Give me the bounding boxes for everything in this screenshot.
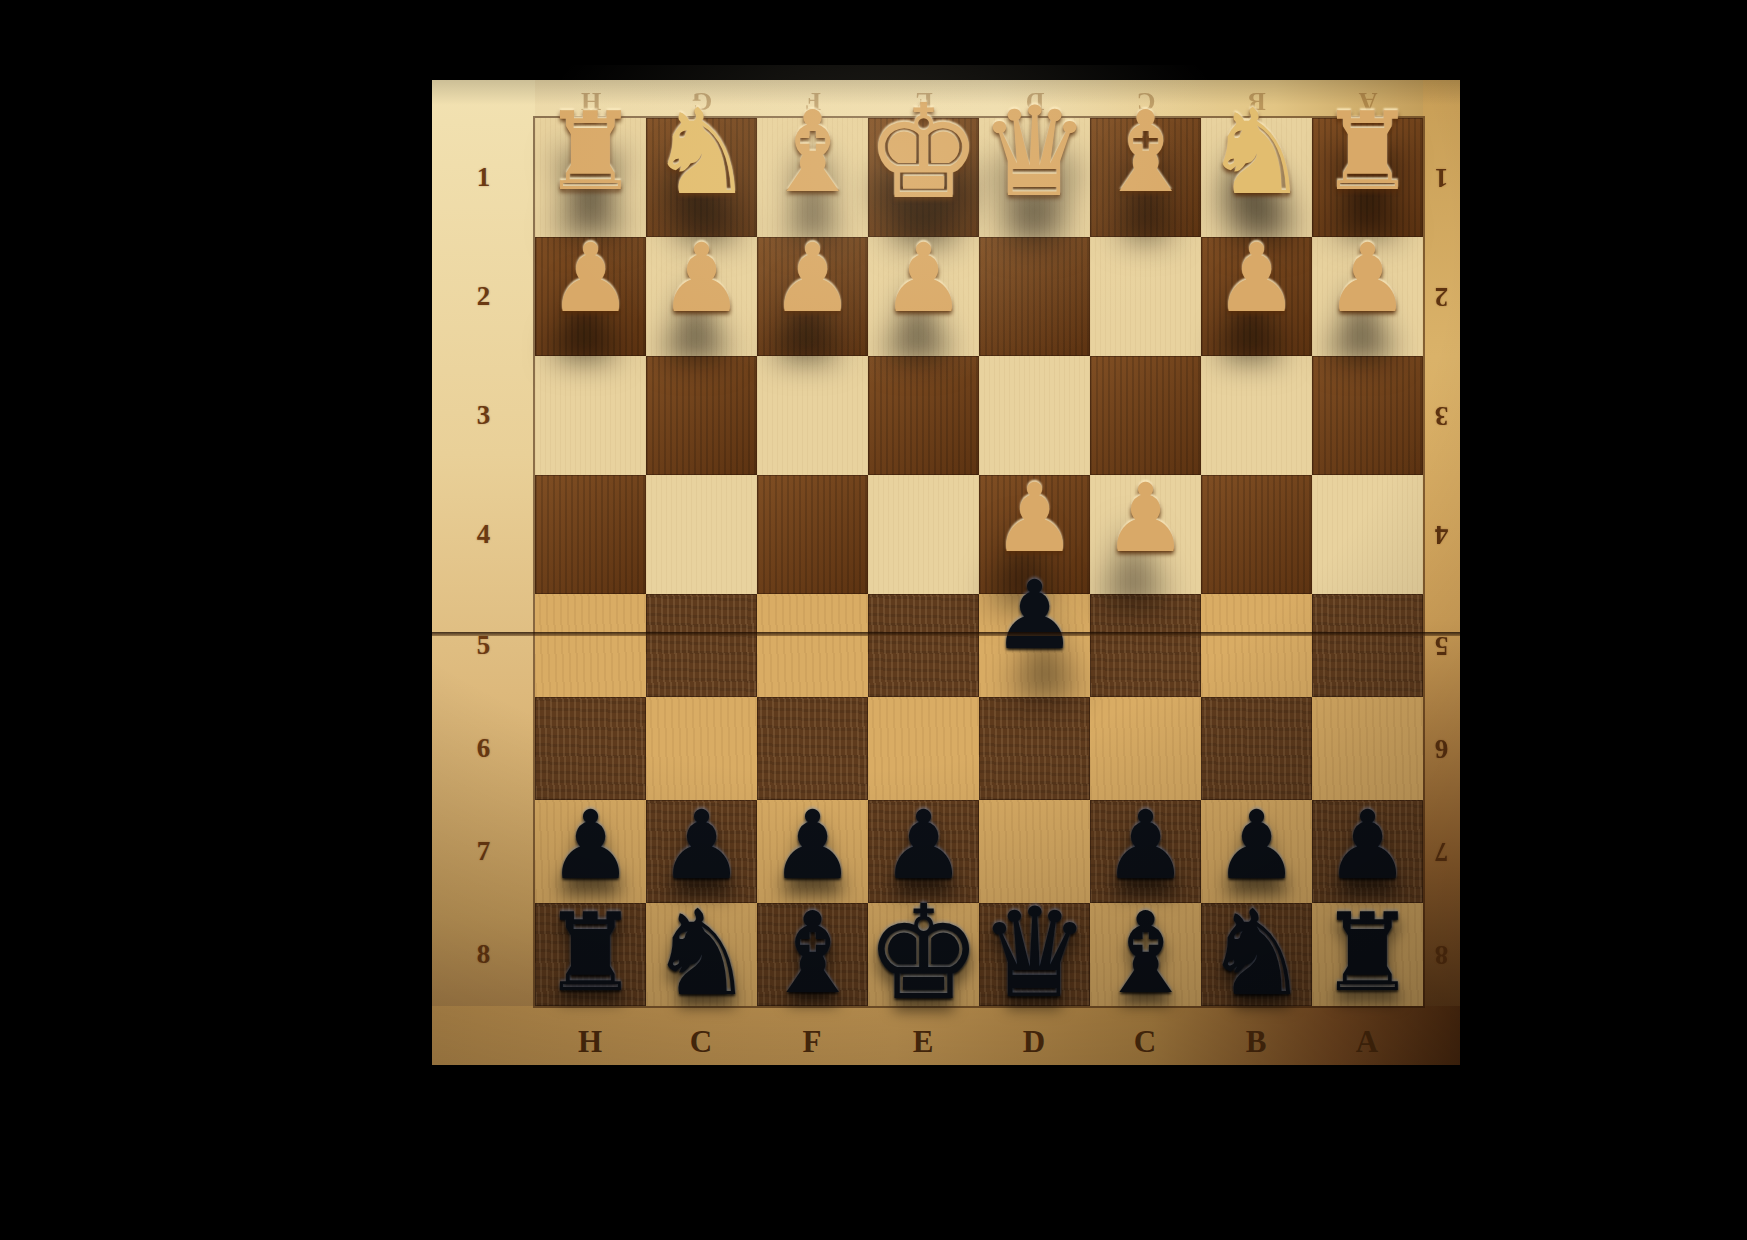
rank-label-right-1: 1 xyxy=(1423,162,1460,193)
black-knight-glyph: ♞ xyxy=(1204,894,1310,1012)
white-pawn-glyph: ♟ xyxy=(1214,231,1299,326)
black-pawn-glyph: ♟ xyxy=(548,798,633,893)
black-rook-glyph: ♜ xyxy=(542,899,639,1007)
piece-white-pawn-f2[interactable]: ♟ xyxy=(757,237,868,356)
rank-label-left-2: 2 xyxy=(432,281,535,312)
square-g6 xyxy=(646,697,757,800)
rank-label-right-3: 3 xyxy=(1423,400,1460,431)
black-queen-glyph: ♛ xyxy=(979,891,1090,1015)
piece-black-knight-b8[interactable]: ♞ xyxy=(1201,903,1312,1006)
white-pawn-glyph: ♟ xyxy=(1103,471,1188,566)
square-h4 xyxy=(535,475,646,594)
black-pawn-glyph: ♟ xyxy=(992,568,1077,663)
square-f5 xyxy=(757,594,868,697)
piece-black-pawn-h7[interactable]: ♟ xyxy=(535,800,646,903)
file-label-bottom-d: D xyxy=(979,1024,1090,1060)
black-pawn-glyph: ♟ xyxy=(1214,798,1299,893)
piece-white-pawn-a2[interactable]: ♟ xyxy=(1312,237,1423,356)
rank-label-left-4: 4 xyxy=(432,519,535,550)
white-king-glyph: ♚ xyxy=(865,87,982,217)
file-label-bottom-a: A xyxy=(1312,1024,1423,1060)
square-c2 xyxy=(1090,237,1201,356)
file-label-bottom-g: C xyxy=(646,1024,757,1060)
square-a6 xyxy=(1312,697,1423,800)
black-rook-glyph: ♜ xyxy=(1319,899,1416,1007)
square-h5 xyxy=(535,594,646,697)
white-pawn-glyph: ♟ xyxy=(659,231,744,326)
square-f3 xyxy=(757,356,868,475)
rank-label-right-8: 8 xyxy=(1423,939,1460,970)
square-e4 xyxy=(868,475,979,594)
file-label-bottom-b: B xyxy=(1201,1024,1312,1060)
square-d2 xyxy=(979,237,1090,356)
piece-black-rook-h8[interactable]: ♜ xyxy=(535,903,646,1006)
square-f4 xyxy=(757,475,868,594)
square-a3 xyxy=(1312,356,1423,475)
square-d3 xyxy=(979,356,1090,475)
square-a5 xyxy=(1312,594,1423,697)
rank-label-left-7: 7 xyxy=(432,836,535,867)
white-pawn-glyph: ♟ xyxy=(1325,231,1410,326)
white-rook-glyph: ♜ xyxy=(1319,98,1416,206)
square-d6 xyxy=(979,697,1090,800)
square-g3 xyxy=(646,356,757,475)
chess-photo-scene: 1234567812345678HCFEDCBAHGFEDCBA ♜♞♝♚♛♝♞… xyxy=(0,0,1747,1240)
rank-label-right-7: 7 xyxy=(1423,836,1460,867)
rank-label-right-4: 4 xyxy=(1423,519,1460,550)
black-bishop-glyph: ♝ xyxy=(762,897,862,1009)
piece-white-pawn-c4[interactable]: ♟ xyxy=(1090,475,1201,594)
white-pawn-glyph: ♟ xyxy=(548,231,633,326)
rank-label-left-3: 3 xyxy=(432,400,535,431)
piece-black-pawn-a7[interactable]: ♟ xyxy=(1312,800,1423,903)
piece-white-knight-g1[interactable]: ♞ xyxy=(646,118,757,237)
board-frame-left xyxy=(432,80,535,1065)
file-label-bottom-h: H xyxy=(535,1024,646,1060)
square-g4 xyxy=(646,475,757,594)
board-hinge-seam xyxy=(432,632,1460,636)
square-e5 xyxy=(868,594,979,697)
square-b5 xyxy=(1201,594,1312,697)
piece-black-knight-g8[interactable]: ♞ xyxy=(646,903,757,1006)
black-pawn-glyph: ♟ xyxy=(770,798,855,893)
file-label-bottom-f: F xyxy=(757,1024,868,1060)
square-f6 xyxy=(757,697,868,800)
black-pawn-glyph: ♟ xyxy=(1103,798,1188,893)
piece-white-pawn-e2[interactable]: ♟ xyxy=(868,237,979,356)
black-king-glyph: ♚ xyxy=(865,888,982,1018)
rank-label-right-2: 2 xyxy=(1423,281,1460,312)
board-frame-right xyxy=(1423,80,1460,1065)
piece-white-bishop-f1[interactable]: ♝ xyxy=(757,118,868,237)
white-pawn-glyph: ♟ xyxy=(770,231,855,326)
black-pawn-glyph: ♟ xyxy=(1325,798,1410,893)
white-pawn-glyph: ♟ xyxy=(881,231,966,326)
piece-black-rook-a8[interactable]: ♜ xyxy=(1312,903,1423,1006)
white-queen-glyph: ♛ xyxy=(979,90,1090,214)
piece-white-king-e1[interactable]: ♚ xyxy=(868,118,979,237)
rank-label-left-8: 8 xyxy=(432,939,535,970)
square-e3 xyxy=(868,356,979,475)
piece-black-bishop-f8[interactable]: ♝ xyxy=(757,903,868,1006)
piece-black-king-e8[interactable]: ♚ xyxy=(868,903,979,1006)
white-bishop-glyph: ♝ xyxy=(762,96,862,208)
piece-black-queen-d8[interactable]: ♛ xyxy=(979,903,1090,1006)
square-e6 xyxy=(868,697,979,800)
piece-black-bishop-c8[interactable]: ♝ xyxy=(1090,903,1201,1006)
piece-white-pawn-h2[interactable]: ♟ xyxy=(535,237,646,356)
rank-label-left-1: 1 xyxy=(432,162,535,193)
piece-white-queen-d1[interactable]: ♛ xyxy=(979,118,1090,237)
square-a4 xyxy=(1312,475,1423,594)
piece-white-rook-a1[interactable]: ♜ xyxy=(1312,118,1423,237)
white-knight-glyph: ♞ xyxy=(649,93,755,211)
white-rook-glyph: ♜ xyxy=(542,98,639,206)
square-b6 xyxy=(1201,697,1312,800)
file-label-bottom-e: E xyxy=(868,1024,979,1060)
square-b4 xyxy=(1201,475,1312,594)
square-c3 xyxy=(1090,356,1201,475)
square-g5 xyxy=(646,594,757,697)
square-h3 xyxy=(535,356,646,475)
square-h6 xyxy=(535,697,646,800)
black-knight-glyph: ♞ xyxy=(649,894,755,1012)
black-pawn-glyph: ♟ xyxy=(659,798,744,893)
piece-white-rook-h1[interactable]: ♜ xyxy=(535,118,646,237)
white-bishop-glyph: ♝ xyxy=(1095,96,1195,208)
chessboard: 1234567812345678HCFEDCBAHGFEDCBA ♜♞♝♚♛♝♞… xyxy=(432,80,1460,1065)
file-label-bottom-c: C xyxy=(1090,1024,1201,1060)
white-knight-glyph: ♞ xyxy=(1204,93,1310,211)
white-pawn-glyph: ♟ xyxy=(992,471,1077,566)
square-c5 xyxy=(1090,594,1201,697)
rank-label-left-6: 6 xyxy=(432,733,535,764)
piece-white-pawn-g2[interactable]: ♟ xyxy=(646,237,757,356)
black-bishop-glyph: ♝ xyxy=(1095,897,1195,1009)
rank-label-right-6: 6 xyxy=(1423,733,1460,764)
piece-white-pawn-b2[interactable]: ♟ xyxy=(1201,237,1312,356)
piece-white-bishop-c1[interactable]: ♝ xyxy=(1090,118,1201,237)
piece-white-knight-b1[interactable]: ♞ xyxy=(1201,118,1312,237)
piece-black-pawn-d5[interactable]: ♟ xyxy=(979,594,1090,697)
square-b3 xyxy=(1201,356,1312,475)
square-c6 xyxy=(1090,697,1201,800)
